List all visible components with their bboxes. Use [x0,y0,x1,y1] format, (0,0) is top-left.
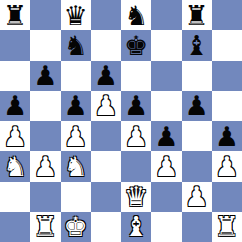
square-f3[interactable]: ♟ [151,151,181,181]
square-b6[interactable]: ♟ [30,61,60,91]
square-a2[interactable] [0,182,30,212]
piece-white-bishop[interactable]: ♝ [124,213,148,240]
square-c5[interactable]: ♟ [61,91,91,121]
square-a4[interactable]: ♟ [0,121,30,151]
square-h4[interactable]: ♟ [212,121,242,151]
square-c1[interactable]: ♚ [61,212,91,242]
piece-black-pawn[interactable]: ♟ [3,92,27,119]
square-d3[interactable] [91,151,121,181]
square-f1[interactable] [151,212,181,242]
square-b7[interactable] [30,30,60,60]
square-f6[interactable] [151,61,181,91]
square-g1[interactable] [182,212,212,242]
square-h3[interactable]: ♟ [212,151,242,181]
piece-white-rook[interactable]: ♜ [215,213,239,240]
square-h6[interactable] [212,61,242,91]
piece-black-king[interactable]: ♚ [124,32,148,59]
square-h8[interactable] [212,0,242,30]
piece-black-pawn[interactable]: ♟ [124,92,148,119]
piece-black-bishop[interactable]: ♝ [185,32,209,59]
square-a6[interactable] [0,61,30,91]
square-e7[interactable]: ♚ [121,30,151,60]
square-b4[interactable] [30,121,60,151]
square-a7[interactable] [0,30,30,60]
piece-white-queen[interactable]: ♛ [124,183,148,210]
square-d1[interactable] [91,212,121,242]
square-g4[interactable] [182,121,212,151]
square-e3[interactable] [121,151,151,181]
square-b5[interactable] [30,91,60,121]
square-d5[interactable]: ♟ [91,91,121,121]
piece-white-rook[interactable]: ♜ [33,213,57,240]
square-b1[interactable]: ♜ [30,212,60,242]
square-d4[interactable] [91,121,121,151]
piece-white-pawn[interactable]: ♟ [64,123,88,150]
square-e6[interactable] [121,61,151,91]
square-f4[interactable]: ♟ [151,121,181,151]
square-c6[interactable] [61,61,91,91]
square-e2[interactable]: ♛ [121,182,151,212]
square-d6[interactable]: ♟ [91,61,121,91]
chess-board: ♜♛♞♜♞♚♝♟♟♟♟♟♟♟♟♟♟♟♟♞♟♞♟♟♛♟♜♚♝♜ [0,0,242,242]
square-h1[interactable]: ♜ [212,212,242,242]
piece-white-pawn[interactable]: ♟ [3,123,27,150]
square-h7[interactable] [212,30,242,60]
piece-black-pawn[interactable]: ♟ [64,92,88,119]
square-g2[interactable]: ♟ [182,182,212,212]
piece-white-knight[interactable]: ♞ [3,153,27,180]
piece-white-pawn[interactable]: ♟ [215,153,239,180]
square-f8[interactable] [151,0,181,30]
piece-white-pawn[interactable]: ♟ [154,153,178,180]
square-c2[interactable] [61,182,91,212]
square-f5[interactable] [151,91,181,121]
piece-black-rook[interactable]: ♜ [185,2,209,29]
square-d7[interactable] [91,30,121,60]
square-c3[interactable]: ♞ [61,151,91,181]
square-a5[interactable]: ♟ [0,91,30,121]
piece-white-knight[interactable]: ♞ [64,153,88,180]
square-h5[interactable] [212,91,242,121]
square-b2[interactable] [30,182,60,212]
square-e4[interactable]: ♟ [121,121,151,151]
square-b3[interactable]: ♟ [30,151,60,181]
square-g5[interactable]: ♟ [182,91,212,121]
piece-white-pawn[interactable]: ♟ [94,92,118,119]
square-g6[interactable] [182,61,212,91]
square-a3[interactable]: ♞ [0,151,30,181]
piece-black-queen[interactable]: ♛ [64,2,88,29]
square-e8[interactable]: ♞ [121,0,151,30]
piece-white-pawn[interactable]: ♟ [124,123,148,150]
square-a8[interactable]: ♜ [0,0,30,30]
square-h2[interactable] [212,182,242,212]
piece-white-pawn[interactable]: ♟ [33,153,57,180]
piece-black-pawn[interactable]: ♟ [94,62,118,89]
square-f7[interactable] [151,30,181,60]
square-a1[interactable] [0,212,30,242]
piece-white-pawn[interactable]: ♟ [185,183,209,210]
piece-black-pawn[interactable]: ♟ [215,123,239,150]
square-d2[interactable] [91,182,121,212]
square-g7[interactable]: ♝ [182,30,212,60]
piece-black-pawn[interactable]: ♟ [185,92,209,119]
piece-black-rook[interactable]: ♜ [3,2,27,29]
piece-black-knight[interactable]: ♞ [124,2,148,29]
square-g8[interactable]: ♜ [182,0,212,30]
square-e5[interactable]: ♟ [121,91,151,121]
piece-white-king[interactable]: ♚ [64,213,88,240]
piece-black-knight[interactable]: ♞ [64,32,88,59]
square-g3[interactable] [182,151,212,181]
square-c7[interactable]: ♞ [61,30,91,60]
piece-black-pawn[interactable]: ♟ [33,62,57,89]
square-b8[interactable] [30,0,60,30]
piece-black-pawn[interactable]: ♟ [154,123,178,150]
square-e1[interactable]: ♝ [121,212,151,242]
square-c4[interactable]: ♟ [61,121,91,151]
square-f2[interactable] [151,182,181,212]
square-d8[interactable] [91,0,121,30]
square-c8[interactable]: ♛ [61,0,91,30]
